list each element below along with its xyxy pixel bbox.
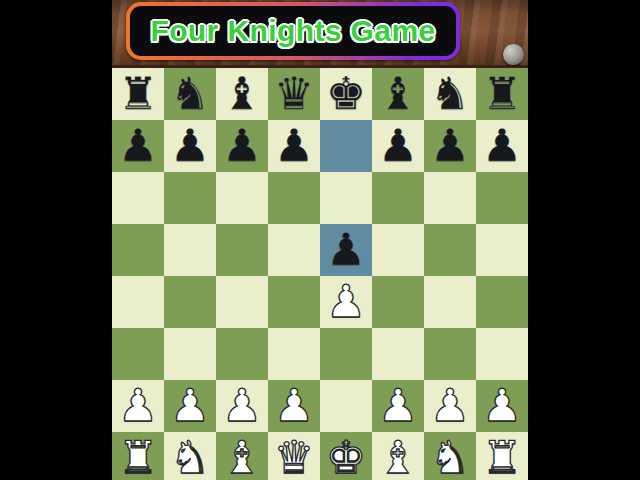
square-f7[interactable]: ♟: [372, 120, 424, 172]
square-a4[interactable]: [112, 276, 164, 328]
square-e1[interactable]: ♚: [320, 432, 372, 480]
square-d6[interactable]: [268, 172, 320, 224]
square-b7[interactable]: ♟: [164, 120, 216, 172]
title-plaque: Four Knights Game: [126, 2, 460, 60]
square-a1[interactable]: ♜: [112, 432, 164, 480]
black-bishop[interactable]: ♝: [378, 71, 418, 116]
black-rook[interactable]: ♜: [118, 71, 158, 116]
white-queen[interactable]: ♛: [274, 435, 314, 480]
square-e3[interactable]: [320, 328, 372, 380]
square-c1[interactable]: ♝: [216, 432, 268, 480]
square-b5[interactable]: [164, 224, 216, 276]
black-pawn[interactable]: ♟: [482, 123, 522, 168]
black-queen[interactable]: ♛: [274, 71, 314, 116]
square-h4[interactable]: [476, 276, 528, 328]
black-pawn[interactable]: ♟: [378, 123, 418, 168]
square-e4[interactable]: ♟: [320, 276, 372, 328]
black-pawn[interactable]: ♟: [170, 123, 210, 168]
square-f6[interactable]: [372, 172, 424, 224]
white-pawn[interactable]: ♟: [482, 383, 522, 428]
square-h3[interactable]: [476, 328, 528, 380]
white-bishop[interactable]: ♝: [378, 435, 418, 480]
square-f4[interactable]: [372, 276, 424, 328]
square-f1[interactable]: ♝: [372, 432, 424, 480]
square-c6[interactable]: [216, 172, 268, 224]
square-a2[interactable]: ♟: [112, 380, 164, 432]
black-king[interactable]: ♚: [326, 71, 366, 116]
square-b3[interactable]: [164, 328, 216, 380]
white-bishop[interactable]: ♝: [222, 435, 262, 480]
white-pawn[interactable]: ♟: [170, 383, 210, 428]
title-plaque-inner: Four Knights Game: [130, 6, 456, 56]
square-d1[interactable]: ♛: [268, 432, 320, 480]
square-a5[interactable]: [112, 224, 164, 276]
black-pawn[interactable]: ♟: [430, 123, 470, 168]
square-h1[interactable]: ♜: [476, 432, 528, 480]
square-a6[interactable]: [112, 172, 164, 224]
square-g7[interactable]: ♟: [424, 120, 476, 172]
app-screen: Four Knights Game ♜♞♝♛♚♝♞♜♟♟♟♟♟♟♟♟♟♟♟♟♟♟…: [0, 0, 640, 480]
square-g3[interactable]: [424, 328, 476, 380]
square-h5[interactable]: [476, 224, 528, 276]
square-h7[interactable]: ♟: [476, 120, 528, 172]
square-c7[interactable]: ♟: [216, 120, 268, 172]
black-rook[interactable]: ♜: [482, 71, 522, 116]
square-b6[interactable]: [164, 172, 216, 224]
knob-icon: [503, 44, 524, 65]
square-c3[interactable]: [216, 328, 268, 380]
white-pawn[interactable]: ♟: [378, 383, 418, 428]
square-c8[interactable]: ♝: [216, 68, 268, 120]
square-d4[interactable]: [268, 276, 320, 328]
square-d5[interactable]: [268, 224, 320, 276]
square-a3[interactable]: [112, 328, 164, 380]
square-e2[interactable]: [320, 380, 372, 432]
square-g8[interactable]: ♞: [424, 68, 476, 120]
square-f2[interactable]: ♟: [372, 380, 424, 432]
square-c4[interactable]: [216, 276, 268, 328]
square-d2[interactable]: ♟: [268, 380, 320, 432]
square-b2[interactable]: ♟: [164, 380, 216, 432]
white-pawn[interactable]: ♟: [222, 383, 262, 428]
black-pawn[interactable]: ♟: [274, 123, 314, 168]
wood-header: Four Knights Game: [112, 0, 528, 68]
game-column: Four Knights Game ♜♞♝♛♚♝♞♜♟♟♟♟♟♟♟♟♟♟♟♟♟♟…: [112, 0, 528, 480]
square-e5[interactable]: ♟: [320, 224, 372, 276]
square-g6[interactable]: [424, 172, 476, 224]
white-rook[interactable]: ♜: [118, 435, 158, 480]
square-g5[interactable]: [424, 224, 476, 276]
square-b4[interactable]: [164, 276, 216, 328]
page-title: Four Knights Game: [150, 14, 435, 48]
square-d8[interactable]: ♛: [268, 68, 320, 120]
white-knight[interactable]: ♞: [430, 435, 470, 480]
chess-board: ♜♞♝♛♚♝♞♜♟♟♟♟♟♟♟♟♟♟♟♟♟♟♟♟♜♞♝♛♚♝♞♜: [112, 68, 528, 480]
square-e8[interactable]: ♚: [320, 68, 372, 120]
square-a7[interactable]: ♟: [112, 120, 164, 172]
square-f8[interactable]: ♝: [372, 68, 424, 120]
square-b8[interactable]: ♞: [164, 68, 216, 120]
black-knight[interactable]: ♞: [170, 71, 210, 116]
white-pawn[interactable]: ♟: [430, 383, 470, 428]
square-g2[interactable]: ♟: [424, 380, 476, 432]
black-pawn[interactable]: ♟: [222, 123, 262, 168]
square-h6[interactable]: [476, 172, 528, 224]
black-bishop[interactable]: ♝: [222, 71, 262, 116]
square-d7[interactable]: ♟: [268, 120, 320, 172]
white-pawn[interactable]: ♟: [274, 383, 314, 428]
square-f5[interactable]: [372, 224, 424, 276]
square-h2[interactable]: ♟: [476, 380, 528, 432]
square-g1[interactable]: ♞: [424, 432, 476, 480]
square-d3[interactable]: [268, 328, 320, 380]
white-rook[interactable]: ♜: [482, 435, 522, 480]
square-c2[interactable]: ♟: [216, 380, 268, 432]
white-pawn[interactable]: ♟: [118, 383, 158, 428]
square-a8[interactable]: ♜: [112, 68, 164, 120]
white-knight[interactable]: ♞: [170, 435, 210, 480]
black-pawn[interactable]: ♟: [118, 123, 158, 168]
black-knight[interactable]: ♞: [430, 71, 470, 116]
square-h8[interactable]: ♜: [476, 68, 528, 120]
square-c5[interactable]: [216, 224, 268, 276]
square-e6[interactable]: [320, 172, 372, 224]
square-b1[interactable]: ♞: [164, 432, 216, 480]
black-pawn[interactable]: ♟: [326, 227, 366, 272]
square-f3[interactable]: [372, 328, 424, 380]
square-e7[interactable]: [320, 120, 372, 172]
white-king[interactable]: ♚: [326, 435, 366, 480]
square-g4[interactable]: [424, 276, 476, 328]
white-pawn[interactable]: ♟: [326, 279, 366, 324]
